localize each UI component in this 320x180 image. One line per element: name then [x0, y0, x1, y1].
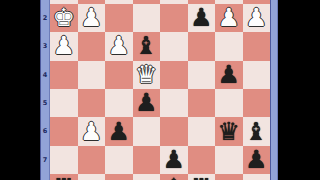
square-a3[interactable]: [243, 32, 271, 60]
piece-black-rook: ♜: [190, 174, 212, 180]
piece-white-pawn: ♟: [108, 32, 130, 60]
square-d4[interactable]: [160, 61, 188, 89]
piece-black-queen: ♛: [218, 118, 240, 146]
square-e3[interactable]: ♝: [133, 32, 161, 60]
square-e4[interactable]: ♛: [133, 61, 161, 89]
square-h3[interactable]: ♟: [50, 32, 78, 60]
square-a4[interactable]: [243, 61, 271, 89]
square-f2[interactable]: [105, 4, 133, 32]
square-c2[interactable]: ♟: [188, 4, 216, 32]
square-g2[interactable]: ♟: [78, 4, 106, 32]
square-f6[interactable]: ♟: [105, 117, 133, 145]
square-f5[interactable]: [105, 89, 133, 117]
square-b5[interactable]: [215, 89, 243, 117]
square-a2[interactable]: ♟: [243, 4, 271, 32]
square-g6[interactable]: ♟: [78, 117, 106, 145]
square-b2[interactable]: ♟: [215, 4, 243, 32]
square-f7[interactable]: [105, 146, 133, 174]
square-d6[interactable]: [160, 117, 188, 145]
piece-white-king: ♚: [53, 4, 75, 32]
rank-label-4: 4: [40, 71, 50, 80]
piece-white-pawn: ♟: [80, 4, 102, 32]
square-g8[interactable]: [78, 174, 106, 180]
square-h6[interactable]: [50, 117, 78, 145]
square-h2[interactable]: ♚: [50, 4, 78, 32]
chess-board: ♜♞♞♜♚♟♟♟♟♟♟♝♛♟♟♟♟♛♝♟♟♜♚♜: [50, 0, 270, 180]
piece-black-pawn: ♟: [190, 4, 212, 32]
square-c8[interactable]: ♜: [188, 174, 216, 180]
piece-black-pawn: ♟: [163, 146, 185, 174]
rank-label-3: 3: [40, 42, 50, 51]
square-g3[interactable]: [78, 32, 106, 60]
piece-white-pawn: ♟: [218, 4, 240, 32]
square-b6[interactable]: ♛: [215, 117, 243, 145]
rank-label-strip-left: 234567: [40, 0, 50, 180]
piece-white-pawn: ♟: [80, 118, 102, 146]
board-grid: ♜♞♞♜♚♟♟♟♟♟♟♝♛♟♟♟♟♛♝♟♟♜♚♜: [50, 0, 270, 180]
square-c6[interactable]: [188, 117, 216, 145]
square-e6[interactable]: [133, 117, 161, 145]
square-e7[interactable]: [133, 146, 161, 174]
piece-white-pawn: ♟: [53, 32, 75, 60]
square-h7[interactable]: [50, 146, 78, 174]
square-f8[interactable]: [105, 174, 133, 180]
square-d8[interactable]: ♚: [160, 174, 188, 180]
square-c4[interactable]: [188, 61, 216, 89]
square-h4[interactable]: [50, 61, 78, 89]
square-b7[interactable]: [215, 146, 243, 174]
rank-label-7: 7: [40, 156, 50, 165]
piece-white-pawn: ♟: [245, 4, 267, 32]
square-a8[interactable]: [243, 174, 271, 180]
side-strip-right: [270, 0, 278, 180]
square-c3[interactable]: [188, 32, 216, 60]
square-d5[interactable]: [160, 89, 188, 117]
square-d7[interactable]: ♟: [160, 146, 188, 174]
square-b4[interactable]: ♟: [215, 61, 243, 89]
square-f3[interactable]: ♟: [105, 32, 133, 60]
rank-label-6: 6: [40, 127, 50, 136]
piece-white-queen: ♛: [135, 61, 157, 89]
piece-black-king: ♚: [163, 174, 185, 180]
square-g4[interactable]: [78, 61, 106, 89]
square-e5[interactable]: ♟: [133, 89, 161, 117]
square-c7[interactable]: [188, 146, 216, 174]
square-e2[interactable]: [133, 4, 161, 32]
video-frame: 234567 ♜♞♞♜♚♟♟♟♟♟♟♝♛♟♟♟♟♛♝♟♟♜♚♜: [0, 0, 320, 180]
piece-black-bishop: ♝: [245, 118, 267, 146]
square-a7[interactable]: ♟: [243, 146, 271, 174]
square-c5[interactable]: [188, 89, 216, 117]
square-b3[interactable]: [215, 32, 243, 60]
piece-black-bishop: ♝: [135, 32, 157, 60]
square-a5[interactable]: [243, 89, 271, 117]
square-g5[interactable]: [78, 89, 106, 117]
square-f4[interactable]: [105, 61, 133, 89]
square-d3[interactable]: [160, 32, 188, 60]
piece-black-pawn: ♟: [108, 118, 130, 146]
square-h8[interactable]: ♜: [50, 174, 78, 180]
rank-label-5: 5: [40, 99, 50, 108]
piece-black-pawn: ♟: [245, 146, 267, 174]
square-d2[interactable]: [160, 4, 188, 32]
piece-black-pawn: ♟: [218, 61, 240, 89]
square-a6[interactable]: ♝: [243, 117, 271, 145]
square-b8[interactable]: [215, 174, 243, 180]
square-e8[interactable]: [133, 174, 161, 180]
piece-black-pawn: ♟: [135, 89, 157, 117]
square-g7[interactable]: [78, 146, 106, 174]
rank-label-2: 2: [40, 14, 50, 23]
square-h5[interactable]: [50, 89, 78, 117]
piece-black-rook: ♜: [53, 174, 75, 180]
